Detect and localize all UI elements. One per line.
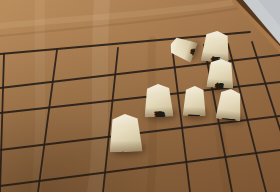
piece-kanji: 角	[115, 135, 136, 136]
piece-kanji: 王	[222, 105, 238, 107]
piece-kanji: 銀将	[215, 75, 225, 76]
piece-body: 王	[215, 88, 243, 121]
shogi-board-photo: 歩兵 桂馬 銀将 飛車 玉 王 角	[0, 0, 280, 192]
piece-rook[interactable]: 飛車	[143, 84, 173, 118]
piece-bishop[interactable]: 角	[108, 113, 142, 152]
piece-king[interactable]: 王	[215, 88, 243, 121]
piece-body: 玉	[183, 86, 207, 116]
piece-jeweled-king[interactable]: 玉	[183, 86, 207, 116]
piece-kanji: 桂馬	[211, 48, 221, 49]
piece-body: 角	[108, 113, 142, 152]
piece-body: 銀将	[206, 58, 234, 88]
piece-body: 飛車	[143, 84, 173, 118]
piece-kanji: 歩兵	[182, 45, 185, 52]
piece-silver[interactable]: 銀将	[206, 58, 234, 88]
